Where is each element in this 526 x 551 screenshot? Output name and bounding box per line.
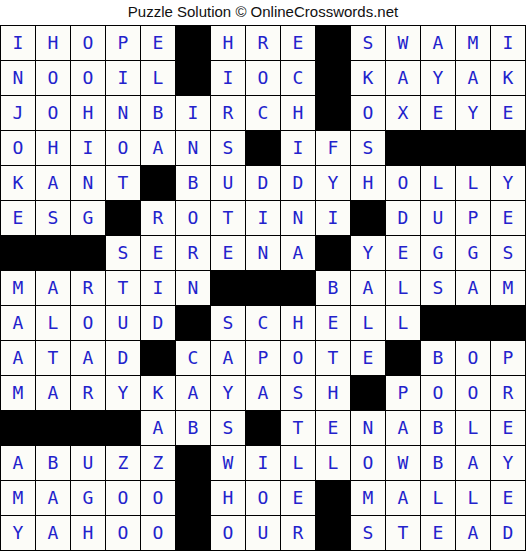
letter-cell: H <box>281 306 315 340</box>
black-cell <box>176 61 210 95</box>
letter-cell: S <box>351 131 385 165</box>
letter-cell: E <box>421 96 455 130</box>
letter-cell: I <box>211 61 245 95</box>
letter-cell: A <box>386 411 420 445</box>
letter-cell: L <box>386 271 420 305</box>
letter-cell: A <box>386 61 420 95</box>
letter-cell: O <box>386 166 420 200</box>
letter-cell: E <box>211 236 245 270</box>
black-cell <box>141 166 175 200</box>
black-cell <box>316 516 350 550</box>
black-cell <box>246 271 280 305</box>
letter-cell: W <box>386 26 420 60</box>
letter-cell: X <box>386 96 420 130</box>
black-cell <box>316 61 350 95</box>
letter-cell: U <box>211 166 245 200</box>
letter-cell: P <box>246 341 280 375</box>
letter-cell: O <box>106 131 140 165</box>
black-cell <box>351 201 385 235</box>
letter-cell: L <box>351 306 385 340</box>
letter-cell: H <box>36 26 70 60</box>
letter-cell: A <box>36 516 70 550</box>
letter-cell: B <box>141 96 175 130</box>
black-cell <box>176 306 210 340</box>
letter-cell: E <box>316 306 350 340</box>
letter-cell: S <box>351 26 385 60</box>
letter-cell: S <box>281 376 315 410</box>
letter-cell: L <box>386 306 420 340</box>
letter-cell: D <box>106 341 140 375</box>
letter-cell: N <box>106 96 140 130</box>
letter-cell: P <box>456 201 490 235</box>
letter-cell: O <box>421 376 455 410</box>
letter-cell: L <box>456 166 490 200</box>
black-cell <box>36 236 70 270</box>
letter-cell: H <box>316 376 350 410</box>
letter-cell: O <box>456 376 490 410</box>
letter-cell: A <box>456 61 490 95</box>
black-cell <box>176 26 210 60</box>
letter-cell: N <box>1 61 35 95</box>
letter-cell: L <box>36 306 70 340</box>
letter-cell: E <box>141 236 175 270</box>
letter-cell: T <box>316 341 350 375</box>
letter-cell: R <box>176 236 210 270</box>
letter-cell: M <box>1 376 35 410</box>
letter-cell: Y <box>211 376 245 410</box>
black-cell <box>456 306 490 340</box>
letter-cell: O <box>141 481 175 515</box>
black-cell <box>141 341 175 375</box>
letter-cell: E <box>281 481 315 515</box>
letter-cell: H <box>71 96 105 130</box>
letter-cell: O <box>106 481 140 515</box>
letter-cell: E <box>1 201 35 235</box>
letter-cell: A <box>421 26 455 60</box>
letter-cell: A <box>36 271 70 305</box>
letter-cell: E <box>316 411 350 445</box>
letter-cell: G <box>456 236 490 270</box>
letter-cell: O <box>106 516 140 550</box>
letter-cell: E <box>351 341 385 375</box>
letter-cell: S <box>211 131 245 165</box>
letter-cell: O <box>36 96 70 130</box>
black-cell <box>176 446 210 480</box>
letter-cell: Y <box>421 61 455 95</box>
letter-cell: O <box>246 481 280 515</box>
letter-cell: I <box>316 201 350 235</box>
letter-cell: I <box>71 131 105 165</box>
letter-cell: Y <box>491 166 525 200</box>
letter-cell: I <box>281 131 315 165</box>
letter-cell: D <box>141 306 175 340</box>
letter-cell: A <box>351 271 385 305</box>
letter-cell: T <box>106 271 140 305</box>
black-cell <box>1 236 35 270</box>
letter-cell: H <box>281 96 315 130</box>
letter-cell: O <box>36 61 70 95</box>
letter-cell: E <box>281 26 315 60</box>
letter-cell: A <box>71 341 105 375</box>
letter-cell: E <box>491 411 525 445</box>
letter-cell: S <box>106 236 140 270</box>
black-cell <box>106 411 140 445</box>
letter-cell: D <box>246 166 280 200</box>
letter-cell: E <box>141 26 175 60</box>
letter-cell: K <box>141 376 175 410</box>
letter-cell: A <box>36 481 70 515</box>
letter-cell: A <box>1 446 35 480</box>
letter-cell: O <box>281 341 315 375</box>
letter-cell: T <box>281 411 315 445</box>
letter-cell: I <box>1 26 35 60</box>
black-cell <box>456 131 490 165</box>
black-cell <box>1 411 35 445</box>
letter-cell: U <box>421 201 455 235</box>
letter-cell: P <box>386 376 420 410</box>
letter-cell: A <box>141 131 175 165</box>
letter-cell: L <box>421 481 455 515</box>
letter-cell: W <box>386 446 420 480</box>
letter-cell: O <box>351 96 385 130</box>
letter-cell: D <box>281 166 315 200</box>
letter-cell: L <box>456 411 490 445</box>
letter-cell: H <box>351 166 385 200</box>
letter-cell: S <box>211 306 245 340</box>
letter-cell: N <box>281 201 315 235</box>
black-cell <box>246 131 280 165</box>
letter-cell: Y <box>1 516 35 550</box>
letter-cell: O <box>211 516 245 550</box>
letter-cell: R <box>71 271 105 305</box>
letter-cell: K <box>1 166 35 200</box>
letter-cell: L <box>421 166 455 200</box>
letter-cell: I <box>176 96 210 130</box>
letter-cell: P <box>106 26 140 60</box>
black-cell <box>246 411 280 445</box>
letter-cell: K <box>351 61 385 95</box>
letter-cell: E <box>386 236 420 270</box>
letter-cell: G <box>421 236 455 270</box>
black-cell <box>281 271 315 305</box>
letter-cell: H <box>71 516 105 550</box>
letter-cell: B <box>421 446 455 480</box>
letter-cell: A <box>36 376 70 410</box>
letter-cell: E <box>421 516 455 550</box>
letter-cell: G <box>71 201 105 235</box>
letter-cell: C <box>246 96 280 130</box>
letter-cell: O <box>141 516 175 550</box>
letter-cell: A <box>456 516 490 550</box>
letter-cell: A <box>1 341 35 375</box>
letter-cell: I <box>246 446 280 480</box>
letter-cell: R <box>281 516 315 550</box>
letter-cell: A <box>456 271 490 305</box>
letter-cell: E <box>491 96 525 130</box>
letter-cell: O <box>351 446 385 480</box>
black-cell <box>316 481 350 515</box>
black-cell <box>211 271 245 305</box>
letter-cell: M <box>491 271 525 305</box>
puzzle-solution-page: Puzzle Solution © OnlineCrosswords.net I… <box>0 0 526 551</box>
letter-cell: B <box>176 166 210 200</box>
letter-cell: U <box>71 446 105 480</box>
letter-cell: H <box>36 131 70 165</box>
black-cell <box>491 131 525 165</box>
letter-cell: Y <box>316 166 350 200</box>
black-cell <box>421 131 455 165</box>
letter-cell: S <box>491 236 525 270</box>
letter-cell: N <box>176 271 210 305</box>
letter-cell: C <box>281 61 315 95</box>
letter-cell: S <box>421 271 455 305</box>
letter-cell: L <box>281 446 315 480</box>
letter-cell: O <box>176 201 210 235</box>
letter-cell: B <box>421 341 455 375</box>
black-cell <box>316 96 350 130</box>
letter-cell: B <box>316 271 350 305</box>
letter-cell: B <box>421 411 455 445</box>
letter-cell: B <box>36 446 70 480</box>
letter-cell: O <box>246 61 280 95</box>
letter-cell: I <box>106 61 140 95</box>
black-cell <box>386 341 420 375</box>
letter-cell: E <box>491 481 525 515</box>
letter-cell: E <box>491 201 525 235</box>
letter-cell: I <box>246 201 280 235</box>
black-cell <box>386 131 420 165</box>
letter-cell: A <box>211 341 245 375</box>
letter-cell: F <box>316 131 350 165</box>
black-cell <box>71 411 105 445</box>
crossword-grid: IHOPEHRESWAMINOOILIOCKAYAKJOHNBIRCHOXEYE… <box>0 25 526 551</box>
letter-cell: C <box>176 341 210 375</box>
letter-cell: B <box>176 411 210 445</box>
black-cell <box>316 236 350 270</box>
letter-cell: Y <box>491 446 525 480</box>
letter-cell: R <box>246 26 280 60</box>
letter-cell: U <box>106 306 140 340</box>
letter-cell: S <box>36 201 70 235</box>
letter-cell: Y <box>456 96 490 130</box>
black-cell <box>36 411 70 445</box>
letter-cell: U <box>246 516 280 550</box>
letter-cell: O <box>71 26 105 60</box>
black-cell <box>491 306 525 340</box>
letter-cell: T <box>36 341 70 375</box>
letter-cell: O <box>1 131 35 165</box>
letter-cell: O <box>71 306 105 340</box>
letter-cell: W <box>211 446 245 480</box>
black-cell <box>106 201 140 235</box>
letter-cell: I <box>141 271 175 305</box>
black-cell <box>421 306 455 340</box>
letter-cell: M <box>1 271 35 305</box>
letter-cell: A <box>281 236 315 270</box>
letter-cell: D <box>491 516 525 550</box>
letter-cell: I <box>491 26 525 60</box>
black-cell <box>71 236 105 270</box>
letter-cell: K <box>491 61 525 95</box>
letter-cell: Z <box>106 446 140 480</box>
black-cell <box>176 481 210 515</box>
letter-cell: N <box>176 131 210 165</box>
letter-cell: O <box>71 61 105 95</box>
letter-cell: M <box>351 481 385 515</box>
letter-cell: A <box>1 306 35 340</box>
letter-cell: O <box>456 341 490 375</box>
letter-cell: A <box>36 166 70 200</box>
letter-cell: L <box>456 481 490 515</box>
letter-cell: M <box>456 26 490 60</box>
letter-cell: R <box>141 201 175 235</box>
letter-cell: R <box>491 376 525 410</box>
letter-cell: L <box>141 61 175 95</box>
letter-cell: R <box>71 376 105 410</box>
letter-cell: A <box>176 376 210 410</box>
letter-cell: H <box>211 26 245 60</box>
letter-cell: H <box>211 481 245 515</box>
letter-cell: T <box>106 166 140 200</box>
black-cell <box>176 516 210 550</box>
letter-cell: A <box>386 481 420 515</box>
letter-cell: Y <box>351 236 385 270</box>
letter-cell: A <box>456 446 490 480</box>
letter-cell: N <box>351 411 385 445</box>
letter-cell: S <box>211 411 245 445</box>
letter-cell: T <box>386 516 420 550</box>
letter-cell: G <box>71 481 105 515</box>
letter-cell: D <box>386 201 420 235</box>
letter-cell: C <box>246 306 280 340</box>
letter-cell: T <box>211 201 245 235</box>
puzzle-title: Puzzle Solution © OnlineCrosswords.net <box>0 0 526 25</box>
letter-cell: Z <box>141 446 175 480</box>
letter-cell: A <box>141 411 175 445</box>
letter-cell: P <box>491 341 525 375</box>
black-cell <box>316 26 350 60</box>
letter-cell: J <box>1 96 35 130</box>
letter-cell: A <box>246 376 280 410</box>
letter-cell: L <box>316 446 350 480</box>
black-cell <box>351 376 385 410</box>
letter-cell: N <box>246 236 280 270</box>
letter-cell: M <box>1 481 35 515</box>
letter-cell: N <box>71 166 105 200</box>
letter-cell: R <box>211 96 245 130</box>
letter-cell: S <box>351 516 385 550</box>
letter-cell: Y <box>106 376 140 410</box>
